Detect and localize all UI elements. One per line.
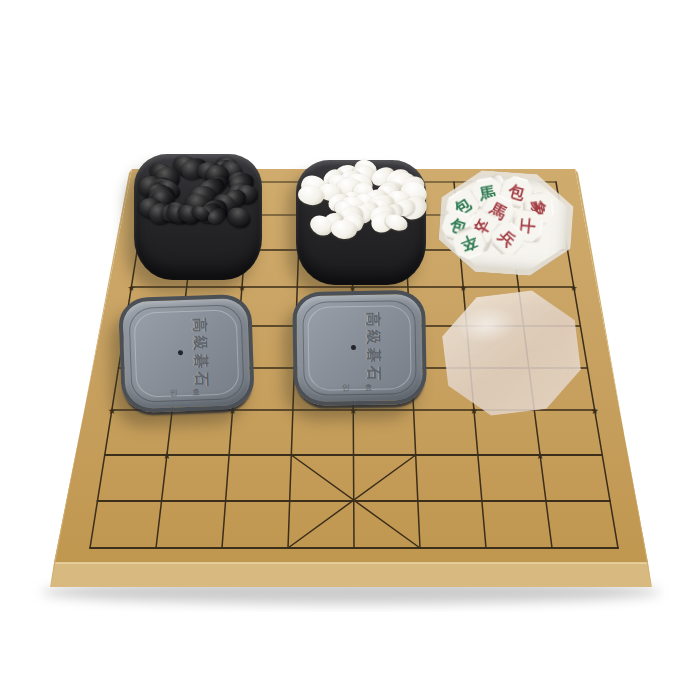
lid-embossed-text: 高級碁石 — [189, 317, 211, 390]
svg-text:★: ★ — [238, 283, 246, 293]
lid-groove-inner — [307, 305, 411, 391]
lid-center-dot — [351, 345, 356, 350]
svg-text:★: ★ — [590, 405, 598, 416]
lid-brand-text: 인 효 — [342, 381, 379, 393]
lid-groove-inner — [134, 309, 240, 398]
white-stones-heap — [299, 163, 423, 243]
svg-text:★: ★ — [163, 450, 172, 461]
lid-brand-text: 인 효 — [169, 387, 206, 399]
black-stones-bowl — [134, 154, 262, 280]
svg-text:★: ★ — [459, 283, 467, 293]
svg-text:★: ★ — [470, 405, 478, 416]
bowl-lid-left: 高級碁石 인 효 — [118, 294, 255, 414]
svg-text:★: ★ — [570, 283, 578, 293]
svg-text:★: ★ — [536, 450, 545, 461]
svg-text:★: ★ — [108, 405, 116, 416]
product-photo-scene: ★★★★★★★★★★★★★★ 馬包象包馬士包卒兵卒 高級碁石 인 효 高級碁石 … — [0, 0, 700, 700]
black-stones-heap — [137, 157, 259, 237]
bowl-lid-right: 高級碁石 인 효 — [292, 290, 427, 406]
white-stones-bowl — [296, 160, 426, 285]
lid-embossed-text: 高級碁石 — [363, 312, 383, 384]
svg-text:★: ★ — [128, 283, 136, 293]
svg-text:★: ★ — [349, 405, 357, 416]
